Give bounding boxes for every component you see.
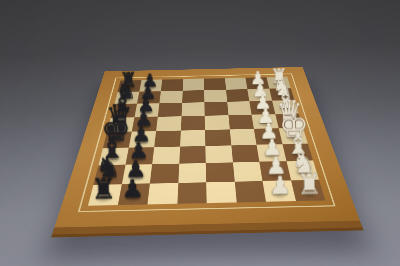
board-square — [226, 89, 250, 102]
board-square — [204, 102, 228, 116]
board-square — [233, 162, 263, 182]
black-rook: ♜ — [90, 174, 116, 203]
board-square — [156, 116, 181, 131]
board-square — [205, 129, 231, 145]
board-square — [227, 101, 252, 115]
board-square — [152, 146, 180, 164]
board-square — [181, 116, 205, 131]
board-square — [154, 131, 180, 147]
chess-board-grid: ♜♟♟♜♞♟♟♞♝♟♟♝♛♟♟♛♚♟♟♚♝♟♟♝♞♟♟♞♜♟♟♜ — [88, 77, 325, 206]
board-square — [204, 78, 226, 90]
white-pawn: ♟ — [269, 173, 292, 198]
board-square — [205, 145, 232, 163]
board-square — [234, 181, 266, 203]
photo-backdrop: ♜♟♟♜♞♟♟♞♝♟♟♝♛♟♟♛♚♟♟♚♝♟♟♝♞♟♟♞♜♟♟♜ — [0, 0, 400, 266]
board-square — [231, 145, 259, 163]
board-square — [158, 103, 182, 117]
board-square — [206, 181, 236, 203]
board-square: ♜ — [291, 179, 326, 201]
board-square — [182, 90, 205, 103]
board-square — [204, 90, 227, 103]
board-square — [161, 79, 183, 91]
white-rook: ♜ — [296, 169, 322, 198]
board-square — [147, 183, 178, 205]
board-square: ♟ — [263, 180, 296, 202]
board-square — [228, 114, 254, 129]
board-square — [206, 162, 235, 182]
board-square — [205, 115, 230, 130]
board-square — [229, 129, 256, 145]
board-square — [150, 164, 179, 184]
board-square — [177, 182, 207, 204]
chess-board: ♜♟♟♜♞♟♟♞♝♟♟♝♛♟♟♛♚♟♟♚♝♟♟♝♞♟♟♞♜♟♟♜ — [54, 67, 360, 228]
board-square: ♜ — [88, 184, 122, 206]
board-square — [178, 163, 206, 183]
black-pawn: ♟ — [121, 177, 144, 202]
board-square — [181, 102, 204, 116]
board-square — [180, 130, 206, 146]
board-square — [179, 146, 206, 164]
board-square — [225, 78, 248, 90]
board-square: ♟ — [118, 183, 150, 205]
board-square — [182, 79, 204, 91]
board-square — [159, 91, 182, 104]
